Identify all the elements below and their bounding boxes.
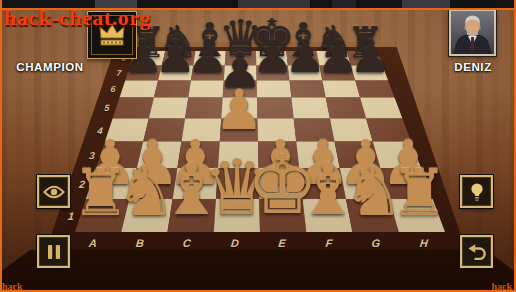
background-silhouette bbox=[332, 0, 356, 9]
eye-icon bbox=[43, 184, 65, 200]
watermark-hack-left: hack bbox=[2, 281, 23, 292]
file-label-f: F bbox=[325, 237, 333, 249]
rank-label-7: 7 bbox=[116, 68, 122, 78]
watermark-hack-right: hack bbox=[491, 281, 512, 292]
piece-white-rook-h1[interactable]: ♜ bbox=[390, 161, 448, 226]
show-eye-button[interactable] bbox=[37, 175, 70, 208]
file-label-a: A bbox=[88, 237, 97, 249]
player-name-black: DENIZ bbox=[433, 61, 513, 73]
file-label-g: G bbox=[371, 237, 381, 249]
chess-game-screen: 12345678ABCDEFGH ♜♞♝♛♚♝♞♜♟♟♟♟♟♟♟♟♟♟♟♟♟♟♟… bbox=[0, 0, 516, 292]
pause-icon bbox=[47, 244, 61, 260]
undo-button[interactable] bbox=[460, 235, 493, 268]
file-label-e: E bbox=[278, 237, 287, 249]
pause-button[interactable] bbox=[37, 235, 70, 268]
file-label-d: D bbox=[230, 237, 239, 249]
file-label-h: H bbox=[419, 237, 428, 249]
portrait-photo bbox=[451, 11, 494, 54]
hint-button[interactable] bbox=[460, 175, 493, 208]
undo-arrow-icon bbox=[467, 243, 487, 261]
file-label-b: B bbox=[136, 237, 145, 249]
piece-black-pawn-h7[interactable]: ♟ bbox=[350, 33, 391, 78]
lightbulb-icon bbox=[469, 182, 485, 202]
background-silhouette bbox=[402, 0, 450, 9]
player-name-white: CHAMPION bbox=[10, 61, 90, 73]
watermark-site: hack-cheat.org bbox=[4, 5, 151, 31]
opponent-avatar bbox=[449, 9, 496, 56]
